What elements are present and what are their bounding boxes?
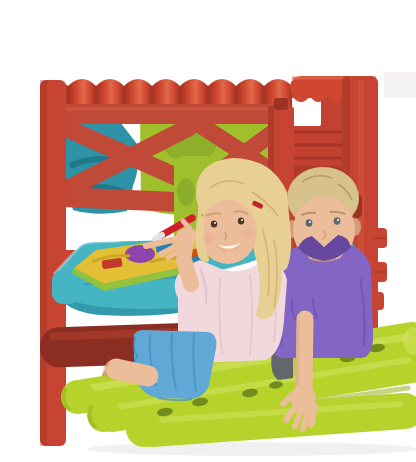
backdrop-shading: [384, 72, 416, 98]
truss-top-beam: [40, 104, 294, 124]
girl-thigh: [116, 369, 148, 376]
playhouse-product-photo: [40, 16, 416, 462]
boy-arm: [304, 319, 305, 388]
